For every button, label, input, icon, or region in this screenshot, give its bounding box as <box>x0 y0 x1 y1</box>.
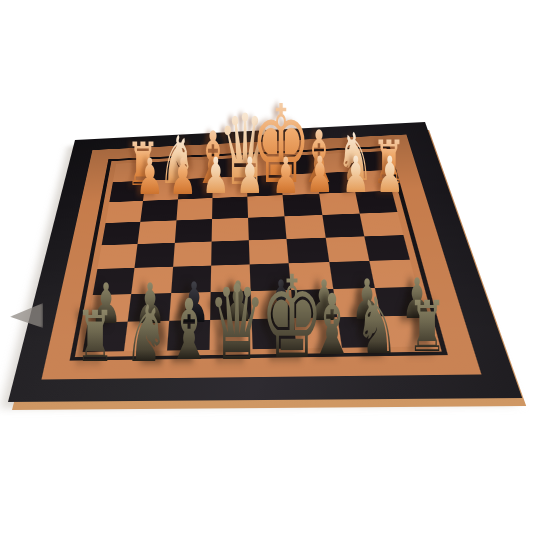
dark-bishop-c8[interactable]: ♝ <box>309 283 356 367</box>
dark-knight-g8[interactable]: ♞ <box>124 295 167 373</box>
tan-pawn-h2[interactable]: ♟ <box>136 152 164 202</box>
tan-pawn-b2[interactable]: ♟ <box>342 150 370 200</box>
dark-bishop-f8[interactable]: ♝ <box>166 288 213 372</box>
dark-knight-b8[interactable]: ♞ <box>355 287 398 365</box>
tan-pawn-a2[interactable]: ♟ <box>376 150 404 200</box>
chess-set-photo: ♜♞♝♛♚♝♞♜♟♟♟♟♟♟♟♟♟♟♟♟♟♟♟♟♜♞♝♛♚♝♞♜ <box>0 0 533 533</box>
dark-rook-a8[interactable]: ♜ <box>408 292 447 362</box>
tan-pawn-d2[interactable]: ♟ <box>272 151 300 201</box>
tan-pawn-f2[interactable]: ♟ <box>202 151 230 201</box>
pieces-layer: ♜♞♝♛♚♝♞♜♟♟♟♟♟♟♟♟♟♟♟♟♟♟♟♟♜♞♝♛♚♝♞♜ <box>0 0 533 533</box>
tan-pawn-e2[interactable]: ♟ <box>236 151 264 201</box>
tan-pawn-g2[interactable]: ♟ <box>169 152 197 202</box>
dark-rook-h8[interactable]: ♜ <box>76 302 115 372</box>
dark-queen-e8[interactable]: ♛ <box>208 271 266 375</box>
tan-pawn-c2[interactable]: ♟ <box>306 150 334 200</box>
